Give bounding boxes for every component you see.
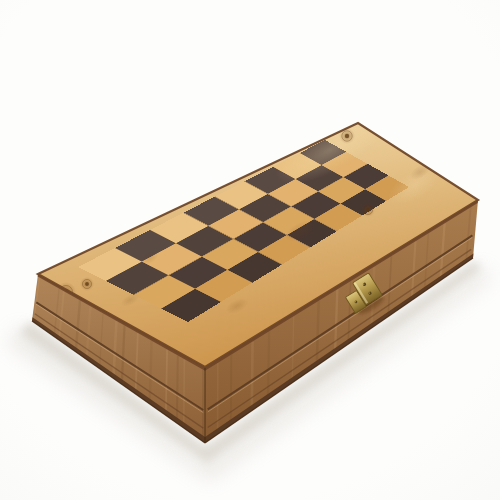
wood-knot-core [52,301,55,304]
wood-grain-streak [136,333,138,391]
wood-grain-streak [317,301,319,363]
clasp-screw [354,300,358,304]
wood-grain-streak [441,223,445,277]
wood-grain-streak [59,291,64,337]
clasp-screw-glint [369,292,370,293]
clasp-screw-glint [355,301,356,302]
clasp-highlight [354,282,368,304]
wood-grain-streak [292,316,293,379]
wood-grain-streak [34,277,39,320]
wood-grain-streak [166,349,167,411]
wood-grain-streak [412,241,415,297]
clasp-screw [362,282,366,286]
clasp-screw [368,291,372,295]
wood-grain-streak [114,321,117,376]
clasp-screw-glint [363,283,364,284]
clasp-plate-left [345,290,366,313]
clasp-plate-right [352,273,382,305]
wood-grain-streak [371,267,374,325]
wood-grain-streak [252,342,253,408]
wood-grain-streak [184,359,185,424]
wood-grain-streak [425,233,429,288]
wood-grain-streak [335,289,337,350]
wood-grain-streak [150,341,152,401]
wood-grain-streak [268,331,269,396]
photo-background [0,0,500,500]
wood-grain-streak [177,355,178,419]
wood-knot [48,297,58,307]
clasp-shadow [356,293,386,316]
wood-grain-streak [466,207,470,260]
wood-grain-streak [100,313,103,365]
wood-grain-streak [348,281,350,341]
wood-grain-streak [54,288,59,334]
wood-grain-streak [76,300,80,349]
wood-grain-streak [122,325,125,381]
wood-grain-streak [388,256,391,313]
wood-grain-streak [87,306,91,357]
wood-knot-ring [50,299,57,306]
